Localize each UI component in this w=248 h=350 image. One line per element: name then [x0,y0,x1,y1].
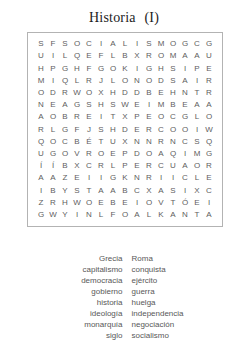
word-list-left-column: Greciacapitalismodemocraciagobiernohisto… [17,253,123,341]
grid-cell: E [83,111,95,123]
grid-cell: G [107,172,119,184]
grid-cell: S [167,62,179,74]
word-item: siglo [17,330,123,341]
grid-cell: Q [71,50,83,62]
grid-row: AAZEIIGKNRIICLE [35,172,215,184]
grid-cell: I [155,172,167,184]
word-list-right-column: Romaconquistaejércitoguerrahuelgaindepen… [132,253,232,341]
grid-cell: X [71,160,83,172]
grid-cell: G [203,38,215,50]
word-item: guerra [132,286,232,297]
grid-cell: K [119,62,131,74]
grid-cell: F [107,209,119,221]
grid-cell: C [167,111,179,123]
grid-cell: X [131,50,143,62]
grid-cell: B [143,87,155,99]
grid-cell: E [131,123,143,135]
grid-cell: T [167,197,179,209]
grid-cell: N [179,209,191,221]
grid-cell: X [95,87,107,99]
grid-cell: Q [35,136,47,148]
grid-cell: A [131,209,143,221]
grid-cell: E [71,172,83,184]
grid-cell: F [95,50,107,62]
grid-cell: E [143,111,155,123]
grid-cell: E [155,87,167,99]
grid-cell: A [203,99,215,111]
grid-cell: W [71,197,83,209]
grid-cell: O [35,87,47,99]
grid-cell: L [71,75,83,87]
grid-cell: B [167,99,179,111]
grid-cell: C [155,123,167,135]
grid-cell: A [179,75,191,87]
grid-cell: N [143,136,155,148]
grid-cell: Í [47,160,59,172]
grid-cell: S [143,38,155,50]
grid-cell: F [47,38,59,50]
grid-row: MIQLRJLONODSAIR [35,75,215,87]
word-item: independencia [132,308,232,319]
grid-cell: P [119,148,131,160]
grid-cell: I [203,197,215,209]
word-list: Greciacapitalismodemocraciagobiernohisto… [0,253,248,341]
grid-cell: D [155,75,167,87]
grid-cell: R [203,87,215,99]
grid-cell: H [107,123,119,135]
grid-cell: A [203,209,215,221]
grid-cell: P [131,111,143,123]
grid-row: GWYINLFOALKANTA [35,209,215,221]
grid-cell: L [191,111,203,123]
grid-cell: A [179,50,191,62]
grid-cell: R [143,160,155,172]
grid-cell: O [59,148,71,160]
grid-cell: P [191,62,203,74]
grid-cell: G [179,111,191,123]
grid-cell: G [95,62,107,74]
grid-cell: H [95,99,107,111]
grid-cell: A [167,209,179,221]
grid-cell: D [119,87,131,99]
grid-cell: A [191,50,203,62]
grid-cell: F [83,62,95,74]
grid-row: NEAGSHSWEIMBEAA [35,99,215,111]
grid-cell: S [107,99,119,111]
grid-cell: R [71,111,83,123]
grid-cell: L [107,50,119,62]
grid-cell: J [95,75,107,87]
grid-cell: R [143,123,155,135]
grid-cell: A [47,172,59,184]
grid-cell: A [95,184,107,196]
grid-row: AOBREITXPEOCGLO [35,111,215,123]
grid-cell: D [131,87,143,99]
grid-cell: S [167,184,179,196]
grid-cell: O [167,38,179,50]
grid-cell: O [179,123,191,135]
puzzle-title: Historia (I) [0,10,248,26]
grid-row: ZRHWOEBEIOVTÓEI [35,197,215,209]
grid-cell: E [119,197,131,209]
grid-cell: X [119,111,131,123]
grid-cell: O [47,136,59,148]
grid-cell: T [191,209,203,221]
grid-cell: H [167,87,179,99]
grid-cell: I [143,99,155,111]
grid-row: IBYSTAABCXASIXC [35,184,215,196]
grid-cell: W [203,123,215,135]
grid-cell: O [143,197,155,209]
grid-cell: B [59,111,71,123]
grid-cell: Z [35,197,47,209]
grid-cell: S [191,136,203,148]
grid-cell: N [35,99,47,111]
grid-cell: U [35,50,47,62]
grid-cell: J [83,123,95,135]
grid-cell: D [47,87,59,99]
grid-cell: H [155,62,167,74]
grid-cell: N [167,136,179,148]
grid-cell: C [179,172,191,184]
grid-cell: M [191,148,203,160]
grid-cell: C [83,160,95,172]
grid-cell: N [179,87,191,99]
grid-cell: B [71,136,83,148]
grid-cell: E [179,99,191,111]
grid-cell: L [107,160,119,172]
grid-cell: Y [59,209,71,221]
grid-cell: G [71,99,83,111]
word-item: conquista [132,264,232,275]
grid-cell: Y [59,184,71,196]
grid-cell: O [143,75,155,87]
grid-cell: H [59,197,71,209]
grid-cell: A [155,148,167,160]
grid-row: HPGHFGOKIGHSIPE [35,62,215,74]
grid-cell: M [155,99,167,111]
grid-cell: M [155,38,167,50]
grid-cell: E [83,50,95,62]
grid-cell: O [119,75,131,87]
grid-cell: I [47,50,59,62]
grid-cell: P [119,160,131,172]
grid-cell: O [167,123,179,135]
grid-cell: T [95,136,107,148]
grid-cell: M [167,50,179,62]
grid-cell: T [191,87,203,99]
grid-cell: G [47,148,59,160]
grid-cell: A [59,99,71,111]
grid-cell: H [71,62,83,74]
grid-cell: N [131,75,143,87]
grid-cell: A [179,160,191,172]
grid-cell: K [155,209,167,221]
grid-cell: I [179,148,191,160]
grid-cell: R [203,160,215,172]
grid-row: UGOVROEPDOAQIMG [35,148,215,160]
grid-cell: R [83,148,95,160]
grid-cell: L [119,38,131,50]
grid-cell: R [143,172,155,184]
word-item: Roma [132,253,232,264]
grid-cell: I [71,209,83,221]
grid-cell: Í [35,160,47,172]
grid-cell: A [191,99,203,111]
grid-cell: A [107,38,119,50]
grid-cell: W [71,87,83,99]
grid-row: RLGFJSHDERCOOIW [35,123,215,135]
grid-cell: I [179,184,191,196]
grid-cell: I [35,184,47,196]
grid-cell: X [119,136,131,148]
grid-cell: L [47,123,59,135]
grid-cell: S [83,99,95,111]
grid-cell: I [191,123,203,135]
grid-cell: I [95,38,107,50]
grid-cell: I [179,62,191,74]
grid-cell: S [95,123,107,135]
grid-cell: R [47,197,59,209]
grid-cell: L [59,50,71,62]
grid-cell: O [71,38,83,50]
grid-cell: E [131,160,143,172]
grid-cell: E [191,197,203,209]
grid-cell: A [35,172,47,184]
grid-cell: R [143,50,155,62]
grid-cell: É [83,136,95,148]
grid-cell: I [131,38,143,50]
grid-row: SFSOCIALISMOGCG [35,38,215,50]
grid-cell: O [95,148,107,160]
grid-cell: G [59,123,71,135]
grid-cell: O [107,62,119,74]
grid-cell: B [47,184,59,196]
grid-cell: O [155,50,167,62]
grid-cell: N [131,136,143,148]
grid-cell: C [83,38,95,50]
grid-cell: P [47,62,59,74]
grid-cell: C [155,160,167,172]
grid-cell: E [131,99,143,111]
grid-cell: R [155,136,167,148]
grid-cell: U [203,50,215,62]
word-item: socialismo [132,330,232,341]
grid-cell: B [107,197,119,209]
grid-cell: M [35,75,47,87]
grid-cell: T [83,184,95,196]
grid-cell: I [95,172,107,184]
grid-cell: Q [167,148,179,160]
grid-cell: E [47,99,59,111]
grid-cell: C [203,184,215,196]
grid-cell: K [119,172,131,184]
word-item: ideología [17,308,123,319]
grid-cell: O [155,111,167,123]
grid-cell: Z [59,172,71,184]
grid-cell: E [107,148,119,160]
grid-cell: O [203,111,215,123]
grid-row: QOCBÉTUXNNRNCSQ [35,136,215,148]
word-item: monarquía [17,319,123,330]
word-item: ejército [132,275,232,286]
grid-cell: R [35,123,47,135]
grid-cell: A [35,111,47,123]
grid-cell: W [47,209,59,221]
grid-cell: G [59,62,71,74]
grid-cell: G [179,38,191,50]
grid-cell: E [203,62,215,74]
wordsearch-grid: SFSOCIALISMOGCGUILQEFLBXROMAAUHPGHFGOKIG… [27,32,223,227]
grid-cell: H [35,62,47,74]
grid-cell: E [95,197,107,209]
grid-cell: X [143,184,155,196]
grid-cell: S [71,184,83,196]
grid-cell: C [131,184,143,196]
grid-cell: H [107,87,119,99]
grid-cell: V [71,148,83,160]
grid-cell: X [191,184,203,196]
grid-cell: U [167,160,179,172]
grid-cell: O [83,87,95,99]
grid-cell: I [47,75,59,87]
grid-cell: E [203,172,215,184]
word-item: gobierno [17,286,123,297]
grid-cell: U [107,136,119,148]
grid-cell: A [107,184,119,196]
grid-cell: I [191,75,203,87]
grid-cell: R [95,160,107,172]
grid-cell: Ó [179,197,191,209]
grid-cell: B [119,50,131,62]
word-item: Grecia [17,253,123,264]
grid-cell: F [71,123,83,135]
grid-cell: C [59,136,71,148]
grid-cell: O [191,160,203,172]
word-item: capitalismo [17,264,123,275]
grid-cell: L [107,75,119,87]
grid-cell: G [203,148,215,160]
grid-cell: O [47,111,59,123]
grid-cell: I [131,197,143,209]
grid-cell: N [131,172,143,184]
grid-cell: L [191,172,203,184]
grid-row: ODRWOXHDDBEHNTR [35,87,215,99]
grid-row: ÍÍBXCRLPERCUAOR [35,160,215,172]
grid-cell: N [83,209,95,221]
grid-cell: R [203,75,215,87]
grid-cell: S [167,75,179,87]
grid-cell: L [143,209,155,221]
grid-cell: B [119,184,131,196]
grid-cell: O [119,209,131,221]
word-item: democracia [17,275,123,286]
grid-cell: R [59,87,71,99]
grid-cell: I [95,111,107,123]
grid-cell: A [155,184,167,196]
grid-cell: G [35,209,47,221]
grid-cell: L [95,209,107,221]
grid-cell: C [179,136,191,148]
grid-cell: U [35,148,47,160]
grid-cell: V [155,197,167,209]
grid-cell: O [143,148,155,160]
grid-cell: B [59,160,71,172]
grid-cell: I [131,62,143,74]
grid-cell: S [59,38,71,50]
grid-cell: I [167,172,179,184]
grid-cell: I [83,172,95,184]
word-item: historia [17,297,123,308]
word-item: negociación [132,319,232,330]
grid-cell: R [83,75,95,87]
grid-cell: T [107,111,119,123]
grid-cell: Q [203,136,215,148]
grid-row: UILQEFLBXROMAAU [35,50,215,62]
grid-cell: D [119,123,131,135]
grid-cell: Q [59,75,71,87]
grid-cell: D [131,148,143,160]
grid-cell: W [119,99,131,111]
word-item: huelga [132,297,232,308]
grid-cell: S [35,38,47,50]
grid-cell: G [143,62,155,74]
grid-cell: O [83,197,95,209]
grid-cell: C [191,38,203,50]
